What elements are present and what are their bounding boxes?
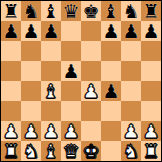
black-pawn-icon: ♟ [122, 21, 139, 41]
black-pawn-icon: ♟ [62, 61, 79, 81]
white-knight-icon: ♞ [22, 141, 39, 161]
black-bishop-icon: ♝ [42, 1, 59, 21]
square-f3[interactable] [101, 101, 121, 121]
square-h8[interactable]: ♜ [141, 1, 161, 21]
white-rook-icon: ♜ [2, 141, 19, 161]
square-b3[interactable] [21, 101, 41, 121]
square-c6[interactable] [41, 41, 61, 61]
white-pawn-icon: ♟ [2, 121, 19, 141]
square-a4[interactable] [1, 81, 21, 101]
square-f8[interactable]: ♝ [101, 1, 121, 21]
square-d8[interactable]: ♛ [61, 1, 81, 21]
square-g6[interactable] [121, 41, 141, 61]
square-d4[interactable] [61, 81, 81, 101]
white-bishop-icon: ♝ [42, 81, 59, 101]
square-g1[interactable]: ♞ [121, 141, 141, 161]
square-f1[interactable] [101, 141, 121, 161]
square-f5[interactable] [101, 61, 121, 81]
square-f4[interactable]: ♟ [101, 81, 121, 101]
square-a6[interactable] [1, 41, 21, 61]
square-e1[interactable]: ♚ [81, 141, 101, 161]
square-g4[interactable] [121, 81, 141, 101]
square-d1[interactable]: ♛ [61, 141, 81, 161]
square-f6[interactable] [101, 41, 121, 61]
square-f7[interactable]: ♟ [101, 21, 121, 41]
square-a7[interactable]: ♟ [1, 21, 21, 41]
square-e7[interactable] [81, 21, 101, 41]
square-e2[interactable] [81, 121, 101, 141]
white-pawn-icon: ♟ [42, 121, 59, 141]
square-b2[interactable]: ♟ [21, 121, 41, 141]
black-pawn-icon: ♟ [2, 21, 19, 41]
square-h7[interactable]: ♟ [141, 21, 161, 41]
square-e5[interactable] [81, 61, 101, 81]
square-h2[interactable]: ♟ [141, 121, 161, 141]
square-g5[interactable] [121, 61, 141, 81]
white-bishop-icon: ♝ [42, 141, 59, 161]
square-g8[interactable]: ♞ [121, 1, 141, 21]
chess-board-frame: ♜♞♝♛♚♝♞♜♟♟♟♟♟♟♟♝♟♟♟♟♟♟♟♟♜♞♝♛♚♞♜ [0, 0, 162, 162]
square-c2[interactable]: ♟ [41, 121, 61, 141]
white-pawn-icon: ♟ [122, 121, 139, 141]
black-rook-icon: ♜ [142, 1, 159, 21]
square-b1[interactable]: ♞ [21, 141, 41, 161]
square-e6[interactable] [81, 41, 101, 61]
square-b4[interactable] [21, 81, 41, 101]
square-a1[interactable]: ♜ [1, 141, 21, 161]
black-pawn-icon: ♟ [42, 21, 59, 41]
black-pawn-icon: ♟ [102, 81, 119, 101]
square-e8[interactable]: ♚ [81, 1, 101, 21]
white-queen-icon: ♛ [62, 141, 79, 161]
black-queen-icon: ♛ [62, 1, 79, 21]
square-b6[interactable] [21, 41, 41, 61]
square-g3[interactable] [121, 101, 141, 121]
white-pawn-icon: ♟ [22, 121, 39, 141]
square-d5[interactable]: ♟ [61, 61, 81, 81]
square-h6[interactable] [141, 41, 161, 61]
black-king-icon: ♚ [82, 1, 99, 21]
square-e3[interactable] [81, 101, 101, 121]
square-f2[interactable] [101, 121, 121, 141]
square-c5[interactable] [41, 61, 61, 81]
square-c1[interactable]: ♝ [41, 141, 61, 161]
square-h5[interactable] [141, 61, 161, 81]
square-h4[interactable] [141, 81, 161, 101]
square-c7[interactable]: ♟ [41, 21, 61, 41]
black-pawn-icon: ♟ [142, 21, 159, 41]
square-d7[interactable] [61, 21, 81, 41]
square-a2[interactable]: ♟ [1, 121, 21, 141]
square-b7[interactable]: ♟ [21, 21, 41, 41]
square-a8[interactable]: ♜ [1, 1, 21, 21]
square-c3[interactable] [41, 101, 61, 121]
square-d3[interactable] [61, 101, 81, 121]
black-pawn-icon: ♟ [102, 21, 119, 41]
square-c4[interactable]: ♝ [41, 81, 61, 101]
square-a3[interactable] [1, 101, 21, 121]
square-g7[interactable]: ♟ [121, 21, 141, 41]
black-knight-icon: ♞ [22, 1, 39, 21]
chess-board: ♜♞♝♛♚♝♞♜♟♟♟♟♟♟♟♝♟♟♟♟♟♟♟♟♜♞♝♛♚♞♜ [1, 1, 161, 161]
black-rook-icon: ♜ [2, 1, 19, 21]
white-rook-icon: ♜ [142, 141, 159, 161]
square-h3[interactable] [141, 101, 161, 121]
square-g2[interactable]: ♟ [121, 121, 141, 141]
square-d2[interactable]: ♟ [61, 121, 81, 141]
black-bishop-icon: ♝ [102, 1, 119, 21]
white-pawn-icon: ♟ [62, 121, 79, 141]
white-knight-icon: ♞ [122, 141, 139, 161]
square-e4[interactable]: ♟ [81, 81, 101, 101]
square-h1[interactable]: ♜ [141, 141, 161, 161]
square-b5[interactable] [21, 61, 41, 81]
square-d6[interactable] [61, 41, 81, 61]
white-pawn-icon: ♟ [142, 121, 159, 141]
square-c8[interactable]: ♝ [41, 1, 61, 21]
white-pawn-icon: ♟ [82, 81, 99, 101]
white-king-icon: ♚ [82, 141, 99, 161]
square-b8[interactable]: ♞ [21, 1, 41, 21]
black-knight-icon: ♞ [122, 1, 139, 21]
square-a5[interactable] [1, 61, 21, 81]
black-pawn-icon: ♟ [22, 21, 39, 41]
